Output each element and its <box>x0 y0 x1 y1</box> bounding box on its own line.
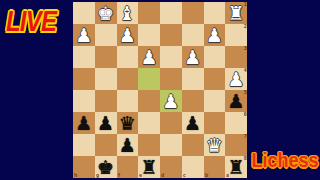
square-a3[interactable]: 3 <box>225 46 247 68</box>
square-e7[interactable] <box>138 134 160 156</box>
white-pawn[interactable]: ♟ <box>138 46 160 68</box>
white-pawn[interactable]: ♟ <box>204 24 226 46</box>
square-h4[interactable] <box>73 68 95 90</box>
black-pawn[interactable]: ♟ <box>117 134 139 156</box>
white-pawn[interactable]: ♟ <box>160 90 182 112</box>
square-c3[interactable]: ♟ <box>182 46 204 68</box>
white-pawn[interactable]: ♟ <box>117 24 139 46</box>
square-a7[interactable]: 7 <box>225 134 247 156</box>
square-e3[interactable]: ♟ <box>138 46 160 68</box>
square-h2[interactable]: ♟ <box>73 24 95 46</box>
square-h1[interactable] <box>73 2 95 24</box>
square-d4[interactable] <box>160 68 182 90</box>
square-c7[interactable] <box>182 134 204 156</box>
square-b3[interactable] <box>204 46 226 68</box>
white-king[interactable]: ♚ <box>95 2 117 24</box>
white-bishop[interactable]: ♝ <box>117 2 139 24</box>
square-a2[interactable]: 2 <box>225 24 247 46</box>
white-queen[interactable]: ♛ <box>204 134 226 156</box>
square-d7[interactable] <box>160 134 182 156</box>
thumbnail-stage: LIVE ♚♝♜1♟♟♟2♟♟3♟4♟♟5♟♟♛♟6♟♛7h♚gf♜edcb♜8… <box>0 0 320 180</box>
square-f7[interactable]: ♟ <box>117 134 139 156</box>
rank-label: 1 <box>244 2 247 7</box>
square-g5[interactable] <box>95 90 117 112</box>
square-a6[interactable]: 6 <box>225 112 247 134</box>
square-f2[interactable]: ♟ <box>117 24 139 46</box>
square-a5[interactable]: ♟5 <box>225 90 247 112</box>
square-d6[interactable] <box>160 112 182 134</box>
black-pawn[interactable]: ♟ <box>95 112 117 134</box>
square-e2[interactable] <box>138 24 160 46</box>
white-pawn[interactable]: ♟ <box>182 46 204 68</box>
square-f1[interactable]: ♝ <box>117 2 139 24</box>
square-h3[interactable] <box>73 46 95 68</box>
chess-board: ♚♝♜1♟♟♟2♟♟3♟4♟♟5♟♟♛♟6♟♛7h♚gf♜edcb♜8a <box>73 2 247 178</box>
square-b1[interactable] <box>204 2 226 24</box>
rank-label: 2 <box>244 24 247 29</box>
black-queen[interactable]: ♛ <box>117 112 139 134</box>
square-e8[interactable]: ♜e <box>138 156 160 178</box>
square-f4[interactable] <box>117 68 139 90</box>
file-label: a <box>226 173 229 178</box>
rank-label: 4 <box>244 68 247 73</box>
square-b6[interactable] <box>204 112 226 134</box>
live-badge: LIVE <box>6 4 56 38</box>
square-h7[interactable] <box>73 134 95 156</box>
rank-label: 5 <box>244 90 247 95</box>
square-d3[interactable] <box>160 46 182 68</box>
square-b7[interactable]: ♛ <box>204 134 226 156</box>
square-g8[interactable]: ♚g <box>95 156 117 178</box>
square-e1[interactable] <box>138 2 160 24</box>
square-f3[interactable] <box>117 46 139 68</box>
square-e4[interactable] <box>138 68 160 90</box>
square-a1[interactable]: ♜1 <box>225 2 247 24</box>
square-c1[interactable] <box>182 2 204 24</box>
square-g4[interactable] <box>95 68 117 90</box>
square-c4[interactable] <box>182 68 204 90</box>
square-b2[interactable]: ♟ <box>204 24 226 46</box>
square-h8[interactable]: h <box>73 156 95 178</box>
black-pawn[interactable]: ♟ <box>182 112 204 134</box>
file-label: c <box>183 173 186 178</box>
rank-label: 3 <box>244 46 247 51</box>
square-g1[interactable]: ♚ <box>95 2 117 24</box>
file-label: d <box>161 173 164 178</box>
file-label: e <box>139 173 142 178</box>
square-f6[interactable]: ♛ <box>117 112 139 134</box>
square-b8[interactable]: b <box>204 156 226 178</box>
square-d2[interactable] <box>160 24 182 46</box>
square-a4[interactable]: ♟4 <box>225 68 247 90</box>
file-label: g <box>96 173 99 178</box>
square-e6[interactable] <box>138 112 160 134</box>
square-f5[interactable] <box>117 90 139 112</box>
square-d1[interactable] <box>160 2 182 24</box>
square-h6[interactable]: ♟ <box>73 112 95 134</box>
square-c5[interactable] <box>182 90 204 112</box>
file-label: b <box>205 173 208 178</box>
square-g3[interactable] <box>95 46 117 68</box>
file-label: h <box>74 173 77 178</box>
lichess-watermark: Lichess <box>251 149 318 172</box>
square-b5[interactable] <box>204 90 226 112</box>
square-g7[interactable] <box>95 134 117 156</box>
square-a8[interactable]: ♜8a <box>225 156 247 178</box>
square-d5[interactable]: ♟ <box>160 90 182 112</box>
square-h5[interactable] <box>73 90 95 112</box>
square-e5[interactable] <box>138 90 160 112</box>
white-pawn[interactable]: ♟ <box>73 24 95 46</box>
square-g6[interactable]: ♟ <box>95 112 117 134</box>
square-b4[interactable] <box>204 68 226 90</box>
file-label: f <box>118 173 120 178</box>
square-c8[interactable]: c <box>182 156 204 178</box>
rank-label: 6 <box>244 112 247 117</box>
square-c2[interactable] <box>182 24 204 46</box>
rank-label: 8 <box>244 156 247 161</box>
black-pawn[interactable]: ♟ <box>73 112 95 134</box>
square-g2[interactable] <box>95 24 117 46</box>
square-d8[interactable]: d <box>160 156 182 178</box>
square-c6[interactable]: ♟ <box>182 112 204 134</box>
square-f8[interactable]: f <box>117 156 139 178</box>
rank-label: 7 <box>244 134 247 139</box>
